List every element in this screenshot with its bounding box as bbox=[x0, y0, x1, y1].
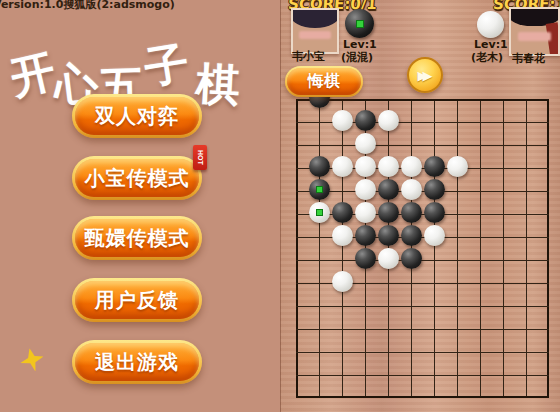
stone-white bbox=[424, 225, 445, 246]
grid-line bbox=[296, 145, 549, 146]
stone-black bbox=[355, 248, 376, 269]
stone-black bbox=[401, 248, 422, 269]
stone-white bbox=[355, 133, 376, 154]
hat-shape bbox=[291, 8, 339, 27]
feedback-button[interactable]: 用户反馈 bbox=[72, 278, 202, 322]
grid-line bbox=[480, 99, 481, 398]
player-black-name: 韦小宝 bbox=[292, 49, 325, 64]
grid-line bbox=[296, 191, 549, 192]
stone-black bbox=[424, 156, 445, 177]
stone-white bbox=[378, 156, 399, 177]
stone-black bbox=[309, 179, 330, 200]
stone-white bbox=[332, 156, 353, 177]
button-label: 小宝传模式 bbox=[85, 165, 190, 192]
grid-line bbox=[296, 329, 549, 330]
stone-white bbox=[332, 110, 353, 131]
game-panel: SCORE:0/1 SCORE:1 韦小宝 Lev:1 (混混) Lev:1 (… bbox=[280, 0, 560, 412]
button-label: 退出游戏 bbox=[95, 349, 179, 376]
stone-black bbox=[401, 225, 422, 246]
button-label: 甄嬛传模式 bbox=[85, 225, 190, 252]
undo-move-button[interactable]: 悔棋 bbox=[285, 66, 363, 97]
avatar-player-black bbox=[291, 8, 339, 54]
last-move-marker bbox=[316, 186, 323, 193]
exit-game-button[interactable]: 退出游戏 bbox=[72, 340, 202, 384]
star-icon bbox=[18, 346, 46, 374]
xiaobao-mode-button[interactable]: 小宝传模式 HOT bbox=[72, 156, 202, 200]
grid-line bbox=[319, 99, 320, 398]
grid-line bbox=[296, 306, 549, 307]
stone-black bbox=[378, 225, 399, 246]
grid-line bbox=[342, 99, 343, 398]
stone-white bbox=[332, 225, 353, 246]
player-black-rank: (混混) bbox=[341, 50, 373, 65]
title-char: 子 bbox=[140, 33, 193, 98]
stone-white bbox=[355, 179, 376, 200]
button-label: 悔棋 bbox=[308, 71, 340, 92]
stone-black bbox=[424, 179, 445, 200]
stone-black bbox=[309, 156, 330, 177]
grid-line bbox=[296, 396, 549, 398]
grid-line bbox=[296, 260, 549, 261]
button-face: 悔棋 bbox=[287, 68, 361, 95]
button-label: 用户反馈 bbox=[95, 287, 179, 314]
title-char: 棋 bbox=[194, 55, 241, 116]
gomoku-board[interactable] bbox=[296, 99, 549, 398]
face-blur bbox=[518, 32, 552, 41]
stone-black bbox=[332, 202, 353, 223]
grid-line bbox=[296, 99, 549, 101]
two-player-button[interactable]: 双人对弈 bbox=[72, 94, 202, 138]
fast-forward-button[interactable]: ▶▶ bbox=[407, 57, 443, 93]
button-face: 用户反馈 bbox=[75, 281, 199, 319]
stone-black bbox=[401, 202, 422, 223]
player-white-name: 韦春花 bbox=[512, 51, 545, 66]
last-move-marker bbox=[316, 209, 323, 216]
avatar-player-white bbox=[509, 7, 560, 56]
stone-white bbox=[355, 156, 376, 177]
stone-black bbox=[378, 179, 399, 200]
stone-black bbox=[424, 202, 445, 223]
grid-line bbox=[434, 99, 435, 398]
stone-black bbox=[355, 110, 376, 131]
button-face: 小宝传模式 bbox=[75, 159, 199, 197]
grid-line bbox=[547, 99, 549, 398]
grid-line bbox=[296, 99, 298, 398]
stone-white bbox=[332, 271, 353, 292]
turn-marker bbox=[356, 20, 364, 28]
player-white-rank: (老木) bbox=[471, 50, 503, 65]
stone-black bbox=[355, 225, 376, 246]
face-blur bbox=[299, 31, 331, 39]
black-stone-indicator bbox=[345, 9, 374, 38]
hot-badge: HOT bbox=[193, 145, 207, 170]
grid-line bbox=[296, 375, 549, 376]
button-face: 甄嬛传模式 bbox=[75, 219, 199, 257]
stone-black bbox=[378, 202, 399, 223]
grid-line bbox=[457, 99, 458, 398]
zhenhuan-mode-button[interactable]: 甄嬛传模式 bbox=[72, 216, 202, 260]
button-face: 双人对弈 bbox=[75, 97, 199, 135]
white-stone-indicator bbox=[477, 11, 504, 38]
button-face: 退出游戏 bbox=[75, 343, 199, 381]
stone-white bbox=[447, 156, 468, 177]
grid-line bbox=[296, 352, 549, 353]
fast-forward-icon: ▶▶ bbox=[418, 68, 433, 83]
button-label: 双人对弈 bbox=[95, 103, 179, 130]
stone-white bbox=[378, 110, 399, 131]
stone-white bbox=[309, 202, 330, 223]
stone-white bbox=[401, 179, 422, 200]
version-text: Version:1.0搜狐版(2:adsmogo) bbox=[0, 0, 175, 12]
stone-white bbox=[401, 156, 422, 177]
app-screen: Version:1.0搜狐版(2:adsmogo) 开 心 五 子 棋 双人对弈… bbox=[0, 0, 560, 412]
grid-line bbox=[503, 99, 504, 398]
menu-panel: Version:1.0搜狐版(2:adsmogo) 开 心 五 子 棋 双人对弈… bbox=[0, 0, 280, 412]
stone-white bbox=[378, 248, 399, 269]
grid-line bbox=[526, 99, 527, 398]
stone-white bbox=[355, 202, 376, 223]
